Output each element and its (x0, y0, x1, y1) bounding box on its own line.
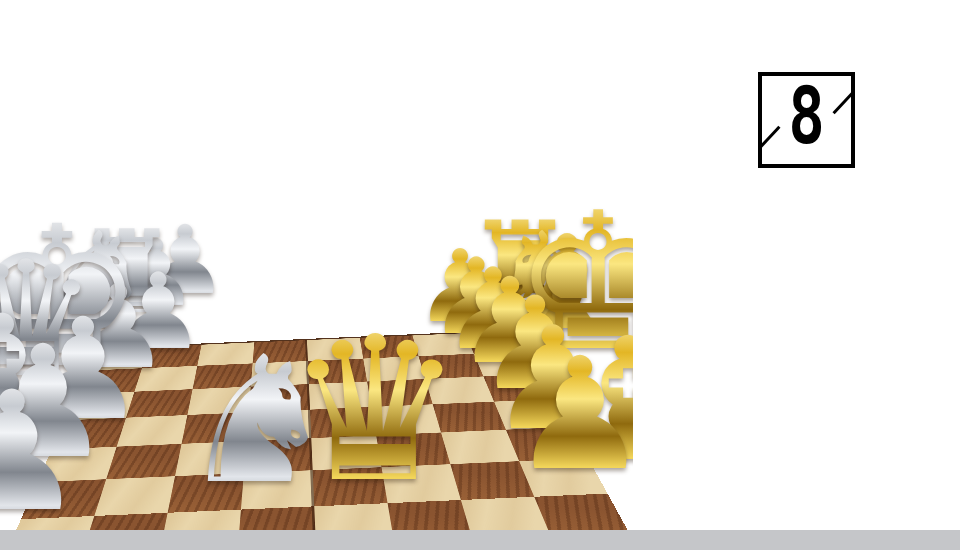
page: ♝♛♚♞♜♟♟♟♟♟♟♟♞♛♟♟♟♜♞♝♚♟♟♟♟♝ 8 (0, 0, 960, 550)
gold-pawn: ♟ (511, 337, 633, 492)
silver-pawn: ♟ (0, 370, 86, 530)
image-number-badge: 8 (758, 72, 855, 168)
pieces-layer: ♝♛♚♞♜♟♟♟♟♟♟♟♞♛♟♟♟♜♞♝♚♟♟♟♟♝ (0, 0, 633, 530)
image-number-label: 8 (772, 71, 841, 161)
product-photo[interactable]: ♝♛♚♞♜♟♟♟♟♟♟♟♞♛♟♟♟♜♞♝♚♟♟♟♟♝ (0, 0, 633, 530)
bottom-bar (0, 530, 960, 550)
gold-queen: ♛ (285, 310, 464, 510)
